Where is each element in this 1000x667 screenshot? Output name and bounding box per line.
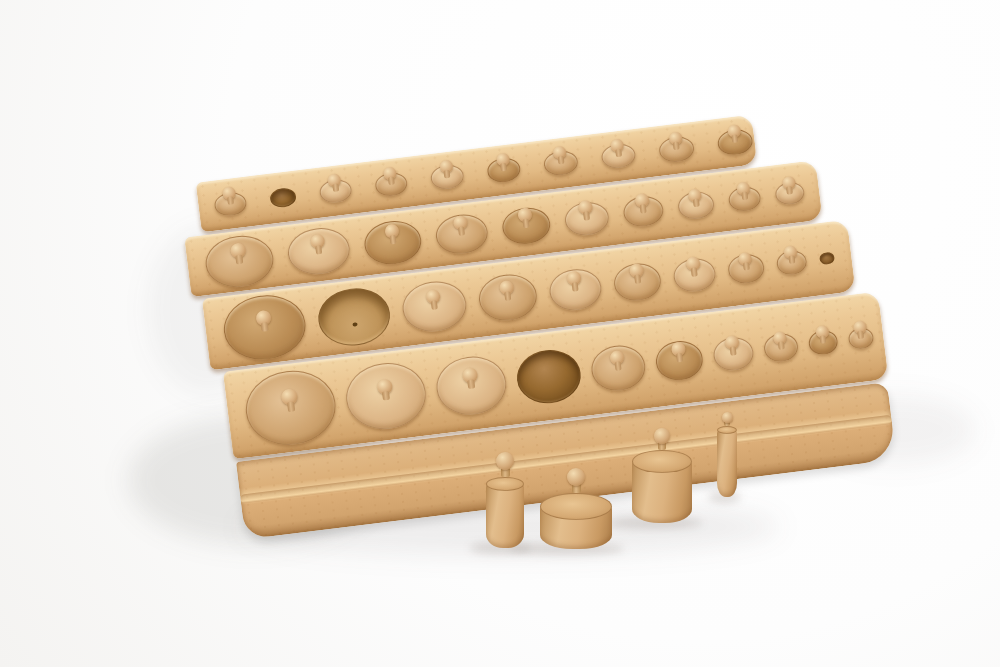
cylinder-b3-p6[interactable] [612, 260, 663, 302]
cylinder-short-wide[interactable] [540, 468, 612, 549]
knob-stem [572, 282, 579, 292]
cylinder-b4-p10[interactable] [847, 326, 874, 350]
cylinder-b2-p8[interactable] [677, 189, 716, 220]
knob [773, 331, 788, 350]
cylinder-b2-p2[interactable] [285, 225, 352, 278]
knob-stem [819, 335, 826, 344]
empty-socket-b3-p2[interactable] [315, 284, 393, 349]
cylinder-body [717, 430, 737, 497]
knob [670, 342, 686, 364]
knob-stem [557, 156, 564, 165]
knob [327, 173, 342, 192]
knob-stem [382, 391, 390, 401]
knob-stem [673, 142, 680, 151]
knob-ball [722, 412, 733, 423]
knob [425, 289, 441, 311]
cylinder-b3-p4[interactable] [476, 271, 539, 324]
knob-stem [287, 402, 295, 413]
empty-socket-b4-p4[interactable] [514, 346, 584, 406]
knob-stem [741, 192, 748, 201]
cylinder-b1-p9[interactable] [658, 134, 696, 163]
knob-stem [730, 346, 737, 356]
knob [255, 309, 272, 332]
knob-stem [788, 256, 795, 265]
knob-stem [431, 300, 438, 310]
cylinder-body [486, 484, 524, 548]
knob-stem [676, 353, 683, 363]
knob-stem [458, 227, 465, 237]
knob [852, 320, 867, 339]
knob [781, 176, 796, 195]
cylinder-b1-p3[interactable] [318, 177, 353, 204]
knob [738, 251, 753, 270]
knob-stem [235, 255, 243, 265]
knob-stem [261, 322, 269, 332]
cylinder-tall-wide[interactable] [632, 428, 692, 523]
knob-ball [654, 428, 670, 444]
cylinder-b3-p9[interactable] [775, 249, 808, 276]
knob [376, 378, 393, 401]
cylinder-b2-p5[interactable] [500, 205, 552, 247]
cylinder-b1-p1[interactable] [213, 190, 248, 217]
knob [668, 132, 683, 151]
knob-ball [496, 452, 514, 470]
knob [724, 335, 740, 357]
knob-stem [615, 149, 622, 158]
knob-stem [742, 262, 749, 271]
cylinder-b4-p9[interactable] [807, 329, 839, 356]
knob [384, 224, 400, 246]
knob-stem [777, 341, 784, 350]
cylinder-b3-p3[interactable] [400, 278, 470, 335]
knob-stem [332, 184, 339, 193]
cylinder-b1-p6[interactable] [486, 156, 522, 184]
knob [628, 263, 644, 285]
knob-stem [731, 135, 738, 144]
knob-stem [691, 267, 698, 277]
knob-stem [640, 204, 647, 214]
cylinder-b4-p2[interactable] [342, 359, 429, 434]
empty-socket-b1-p2[interactable] [269, 186, 297, 208]
knob [517, 207, 533, 229]
cylinder-b1-p10[interactable] [716, 127, 754, 156]
empty-socket-b3-p10[interactable] [819, 252, 835, 266]
knob [495, 153, 510, 172]
knob [610, 139, 625, 158]
knob [499, 279, 515, 301]
knob-stem [615, 361, 622, 371]
knob [815, 325, 830, 344]
cylinder-b3-p7[interactable] [672, 256, 718, 294]
knob [566, 271, 582, 293]
cylinder-b2-p10[interactable] [774, 181, 805, 206]
cylinder-top-face [632, 450, 692, 473]
cylinder-thin-rod[interactable] [717, 412, 737, 497]
cylinder-top-face [486, 477, 524, 491]
knob [310, 233, 326, 255]
knob [222, 186, 237, 205]
cylinder-b4-p7[interactable] [712, 335, 756, 373]
cylinder-b1-p5[interactable] [429, 163, 465, 191]
knob-stem [634, 274, 641, 284]
knob-stem [857, 331, 864, 340]
cylinder-b2-p1[interactable] [203, 232, 277, 291]
cylinder-b1-p7[interactable] [543, 149, 580, 177]
knob [736, 182, 751, 201]
knob [462, 367, 479, 390]
cylinder-top-face [717, 426, 737, 434]
knob [552, 146, 567, 165]
cylinder-b2-p3[interactable] [362, 217, 424, 267]
cylinder-tall-narrow[interactable] [486, 452, 524, 548]
knob [634, 192, 650, 214]
knob [439, 160, 454, 179]
cylinder-b2-p4[interactable] [434, 211, 490, 256]
knob-stem [387, 177, 394, 186]
knob-stem [227, 197, 234, 206]
knob [783, 245, 798, 264]
knob [453, 215, 469, 237]
knob-stem [522, 219, 529, 229]
cylinder-b1-p8[interactable] [600, 142, 637, 170]
knob-stem [583, 211, 590, 221]
cylinder-b4-p3[interactable] [433, 353, 510, 419]
knob-stem [389, 235, 396, 245]
cylinder-b1-p4[interactable] [374, 171, 409, 198]
knob-stem [467, 380, 475, 390]
cylinder-b2-p7[interactable] [622, 194, 665, 229]
knob [578, 200, 594, 222]
cylinder-b2-p9[interactable] [727, 185, 762, 213]
cylinder-b4-p1[interactable] [242, 366, 340, 450]
knob-ball [567, 468, 585, 486]
knob [609, 350, 625, 372]
knob-stem [443, 170, 450, 179]
knob-stem [500, 163, 507, 172]
knob [727, 124, 742, 143]
knob [688, 188, 703, 207]
scene [0, 0, 1000, 667]
knob [281, 388, 300, 413]
knob-stem [504, 291, 511, 301]
cylinder-top-face [540, 493, 612, 520]
knob [685, 256, 701, 278]
knob-stem [692, 198, 699, 207]
knob-stem [786, 186, 793, 195]
cylinder-b3-p1[interactable] [220, 291, 309, 365]
knob-stem [315, 245, 322, 255]
cylinder-b4-p8[interactable] [762, 332, 799, 364]
pin-hole [352, 322, 357, 327]
cylinder-b3-p8[interactable] [726, 252, 765, 285]
cylinder-b4-p5[interactable] [589, 342, 648, 393]
cylinder-b3-p5[interactable] [547, 266, 604, 313]
knob [230, 242, 247, 265]
cylinder-b4-p6[interactable] [654, 338, 705, 382]
cylinder-b2-p6[interactable] [563, 199, 611, 237]
knob [383, 167, 398, 186]
